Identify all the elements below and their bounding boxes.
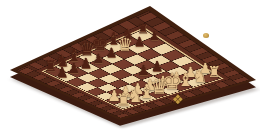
piece-light-rook-a1[interactable]: ♜ (112, 92, 134, 109)
chess-set-photo: ♜♞♝♛♚♝♞♜♟♟♟♟♟♛♟♟♟♟♟♟♟♟♟♟♟♟♜♞♝♛♚♝♞♜ ❖ (0, 0, 260, 139)
piece-dark-pawn-a7[interactable]: ♟ (51, 65, 73, 79)
brass-hinge-icon (203, 33, 209, 38)
brass-clasp-icon[interactable]: ❖ (172, 92, 184, 107)
